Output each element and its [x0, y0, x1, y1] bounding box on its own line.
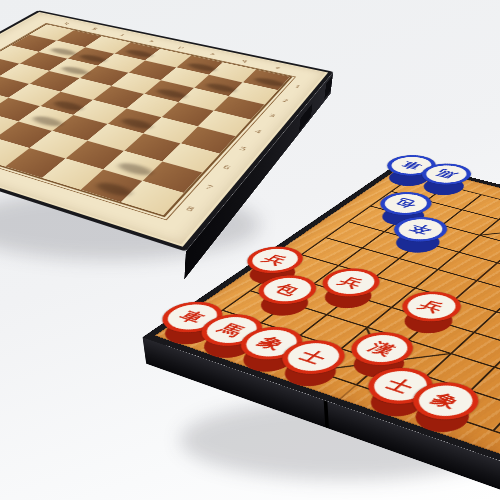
wall-fold-seam	[324, 400, 329, 429]
tray-corner-knob	[324, 76, 332, 99]
chess-board-set: abcdefgh12345678 ♜♝♚♟♟♟♞♟♟♞♟♟♜ SUPER	[0, 10, 333, 251]
piece-character: 漢	[366, 340, 399, 358]
brand-text: SUPER	[22, 207, 62, 227]
chess-tray: abcdefgh12345678 ♜♝♚♟♟♟♞♟♟♞♟♟♜ SUPER	[0, 10, 333, 251]
tray-latch	[0, 187, 3, 212]
piece-character: 士	[382, 376, 417, 395]
piece-character: 車	[176, 309, 209, 325]
piece-character: 象	[254, 335, 288, 352]
white-pawn-glyph: ♟	[202, 52, 239, 90]
piece-character: 包	[271, 282, 303, 297]
product-photo: abcdefgh12345678 ♜♝♚♟♟♟♞♟♟♞♟♟♜ SUPER 車馬包…	[0, 0, 500, 500]
white-rook-glyph: ♜	[246, 37, 293, 84]
piece-character: 兵	[336, 275, 367, 290]
piece-character: 馬	[433, 168, 459, 179]
piece-character: 馬	[214, 321, 247, 338]
piece-character: 象	[428, 391, 463, 411]
piece-character: 兵	[416, 298, 447, 314]
red-rook-glyph: ♜	[85, 132, 143, 191]
red-pawn-glyph: ♟	[117, 85, 157, 126]
piece-character: 車	[398, 160, 424, 171]
piece-character: 士	[296, 348, 330, 366]
red-pawn-glyph: ♟	[27, 83, 67, 124]
tray-hinge-clasp	[299, 103, 313, 131]
